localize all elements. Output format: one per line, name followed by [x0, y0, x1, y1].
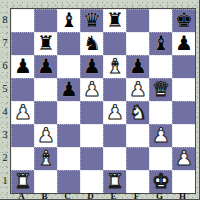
file-label-c: C [56, 192, 79, 200]
square-e4[interactable]: ♟ [103, 101, 126, 124]
file-label-h: H [171, 192, 194, 200]
piece-white-pawn-h2[interactable]: ♟ [175, 147, 193, 170]
square-b1[interactable] [34, 170, 57, 193]
square-e5[interactable] [103, 78, 126, 101]
square-e1[interactable]: ♜ [103, 170, 126, 193]
piece-black-bishop-c8[interactable]: ♝ [60, 9, 78, 32]
piece-black-rook-e8[interactable]: ♜ [106, 9, 124, 32]
square-b8[interactable] [34, 9, 57, 32]
square-c6[interactable] [57, 55, 80, 78]
piece-black-rook-b7[interactable]: ♜ [37, 32, 55, 55]
piece-white-queen-g5[interactable]: ♛ [152, 78, 170, 101]
piece-white-pawn-f5[interactable]: ♟ [129, 78, 147, 101]
square-g2[interactable] [149, 147, 172, 170]
rank-label-4: 4 [0, 100, 10, 123]
square-f5[interactable]: ♟ [126, 78, 149, 101]
square-d6[interactable]: ♟ [80, 55, 103, 78]
square-e8[interactable]: ♜ [103, 9, 126, 32]
square-b2[interactable]: ♝ [34, 147, 57, 170]
square-d4[interactable] [80, 101, 103, 124]
square-b6[interactable]: ♟ [34, 55, 57, 78]
square-h5[interactable] [172, 78, 195, 101]
file-label-e: E [102, 192, 125, 200]
piece-black-pawn-d6[interactable]: ♟ [83, 55, 101, 78]
rank-label-2: 2 [0, 146, 10, 169]
piece-white-bishop-e6[interactable]: ♝ [106, 55, 124, 78]
piece-white-rook-e1[interactable]: ♜ [106, 170, 124, 193]
piece-black-queen-d8[interactable]: ♛ [83, 9, 101, 32]
piece-white-pawn-b3[interactable]: ♟ [37, 124, 55, 147]
square-h1[interactable] [172, 170, 195, 193]
piece-white-pawn-e4[interactable]: ♟ [106, 101, 124, 124]
piece-white-pawn-g3[interactable]: ♟ [152, 124, 170, 147]
rank-label-5: 5 [0, 77, 10, 100]
square-h3[interactable] [172, 124, 195, 147]
chess-board: ♝♛♜♚♜♞♝♟♟♟♟♝♟♟♟♟♛♟♟♞♟♟♝♟♜♜♚ [10, 8, 196, 194]
square-d7[interactable]: ♞ [80, 32, 103, 55]
square-e2[interactable] [103, 147, 126, 170]
square-f2[interactable] [126, 147, 149, 170]
square-g6[interactable] [149, 55, 172, 78]
square-a2[interactable] [11, 147, 34, 170]
piece-white-bishop-b2[interactable]: ♝ [37, 147, 55, 170]
square-e7[interactable] [103, 32, 126, 55]
square-c2[interactable] [57, 147, 80, 170]
square-g4[interactable] [149, 101, 172, 124]
chess-app-window: ♝♛♜♚♜♞♝♟♟♟♟♝♟♟♟♟♛♟♟♞♟♟♝♟♜♜♚ 87654321 ABC… [0, 0, 200, 200]
square-b3[interactable]: ♟ [34, 124, 57, 147]
square-f1[interactable] [126, 170, 149, 193]
square-h6[interactable] [172, 55, 195, 78]
piece-black-pawn-h7[interactable]: ♟ [175, 32, 193, 55]
square-h7[interactable]: ♟ [172, 32, 195, 55]
square-a7[interactable] [11, 32, 34, 55]
square-a5[interactable] [11, 78, 34, 101]
rank-label-6: 6 [0, 54, 10, 77]
square-c5[interactable]: ♟ [57, 78, 80, 101]
piece-white-pawn-d5[interactable]: ♟ [83, 78, 101, 101]
file-label-a: A [10, 192, 33, 200]
square-d5[interactable]: ♟ [80, 78, 103, 101]
rank-label-8: 8 [0, 8, 10, 31]
rank-label-1: 1 [0, 169, 10, 192]
rank-label-7: 7 [0, 31, 10, 54]
square-g1[interactable]: ♚ [149, 170, 172, 193]
square-h8[interactable]: ♚ [172, 9, 195, 32]
square-b4[interactable] [34, 101, 57, 124]
file-label-g: G [148, 192, 171, 200]
square-g5[interactable]: ♛ [149, 78, 172, 101]
piece-black-knight-d7[interactable]: ♞ [83, 32, 101, 55]
square-g3[interactable]: ♟ [149, 124, 172, 147]
square-a8[interactable] [11, 9, 34, 32]
piece-black-pawn-b6[interactable]: ♟ [37, 55, 55, 78]
square-a6[interactable]: ♟ [11, 55, 34, 78]
square-e6[interactable]: ♝ [103, 55, 126, 78]
square-c1[interactable] [57, 170, 80, 193]
square-c4[interactable] [57, 101, 80, 124]
square-f7[interactable] [126, 32, 149, 55]
square-c7[interactable] [57, 32, 80, 55]
square-a4[interactable]: ♟ [11, 101, 34, 124]
piece-black-king-h8[interactable]: ♚ [175, 9, 193, 32]
square-g8[interactable] [149, 9, 172, 32]
square-f8[interactable] [126, 9, 149, 32]
square-f3[interactable] [126, 124, 149, 147]
piece-white-king-g1[interactable]: ♚ [152, 170, 170, 193]
square-d2[interactable] [80, 147, 103, 170]
piece-white-rook-a1[interactable]: ♜ [14, 170, 32, 193]
square-b5[interactable] [34, 78, 57, 101]
square-f6[interactable]: ♟ [126, 55, 149, 78]
square-h4[interactable] [172, 101, 195, 124]
file-label-f: F [125, 192, 148, 200]
piece-white-pawn-a4[interactable]: ♟ [14, 101, 32, 124]
square-e3[interactable] [103, 124, 126, 147]
file-label-b: B [33, 192, 56, 200]
square-f4[interactable]: ♞ [126, 101, 149, 124]
file-label-d: D [79, 192, 102, 200]
square-c3[interactable] [57, 124, 80, 147]
square-d3[interactable] [80, 124, 103, 147]
piece-black-pawn-c5[interactable]: ♟ [60, 78, 78, 101]
square-b7[interactable]: ♜ [34, 32, 57, 55]
square-a1[interactable]: ♜ [11, 170, 34, 193]
square-a3[interactable] [11, 124, 34, 147]
square-h2[interactable]: ♟ [172, 147, 195, 170]
square-g7[interactable]: ♝ [149, 32, 172, 55]
square-c8[interactable]: ♝ [57, 9, 80, 32]
rank-label-3: 3 [0, 123, 10, 146]
square-d8[interactable]: ♛ [80, 9, 103, 32]
piece-black-pawn-f6[interactable]: ♟ [129, 55, 147, 78]
piece-white-knight-f4[interactable]: ♞ [129, 101, 147, 124]
square-d1[interactable] [80, 170, 103, 193]
piece-black-pawn-a6[interactable]: ♟ [14, 55, 32, 78]
piece-black-bishop-g7[interactable]: ♝ [152, 32, 170, 55]
